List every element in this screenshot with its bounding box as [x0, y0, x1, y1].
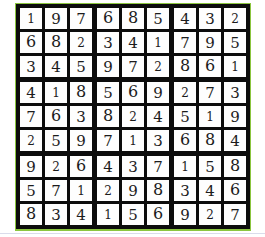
cell-digit: 7: [153, 160, 163, 175]
cell-digit: 9: [76, 134, 86, 149]
sudoku-cell-r2c1[interactable]: 6: [20, 32, 42, 53]
sudoku-cell-r5c1[interactable]: 7: [20, 106, 42, 127]
sudoku-cell-r4c5[interactable]: 6: [122, 82, 144, 103]
cell-digit: 8: [180, 58, 190, 74]
sudoku-cell-r1c9[interactable]: 2: [224, 8, 246, 29]
sudoku-cell-r7c1[interactable]: 9: [20, 156, 42, 177]
sudoku-cell-r2c6[interactable]: 1: [147, 32, 169, 53]
sudoku-board: 1976854326823417953459728614185692737638…: [15, 3, 251, 231]
page: 1976854326823417953459728614185692737638…: [0, 0, 265, 237]
sudoku-cell-r8c2[interactable]: 7: [45, 180, 67, 201]
sudoku-cell-r5c5[interactable]: 2: [122, 106, 144, 127]
sudoku-cell-r9c8[interactable]: 2: [199, 204, 221, 225]
sudoku-cell-r5c8[interactable]: 1: [199, 106, 221, 127]
sudoku-cell-r8c1[interactable]: 5: [20, 180, 42, 201]
sudoku-cell-r2c9[interactable]: 5: [224, 32, 246, 53]
sudoku-cell-r3c1[interactable]: 3: [20, 56, 42, 77]
sudoku-cell-r3c9[interactable]: 1: [224, 56, 246, 77]
cell-digit: 5: [103, 86, 113, 101]
cell-digit: 7: [103, 134, 113, 149]
sudoku-cell-r5c2[interactable]: 6: [45, 106, 67, 127]
cell-digit: 1: [181, 161, 189, 173]
cell-digit: 5: [153, 12, 163, 27]
sudoku-cell-r3c8[interactable]: 6: [199, 56, 221, 77]
sudoku-cell-r5c6[interactable]: 4: [147, 106, 169, 127]
cell-digit: 6: [205, 58, 215, 74]
bottom-divider-line: [0, 233, 265, 234]
cell-digit: 2: [206, 209, 214, 221]
cell-digit: 7: [128, 60, 138, 75]
sudoku-cell-r1c5[interactable]: 8: [122, 8, 144, 29]
sudoku-cell-r6c1[interactable]: 2: [20, 130, 42, 151]
cell-digit: 6: [103, 10, 113, 26]
cell-digit: 2: [129, 111, 137, 123]
sudoku-cell-r8c6[interactable]: 8: [147, 180, 169, 201]
sudoku-cell-r4c7[interactable]: 2: [174, 82, 196, 103]
sudoku-cell-r8c9[interactable]: 6: [224, 180, 246, 201]
cell-digit: 8: [153, 182, 163, 198]
sudoku-cell-r2c4[interactable]: 3: [97, 32, 119, 53]
cell-digit: 3: [103, 36, 113, 51]
board-row: 682341795: [20, 32, 246, 53]
cell-digit: 8: [128, 10, 138, 26]
sudoku-cell-r5c4[interactable]: 8: [97, 106, 119, 127]
cell-digit: 8: [230, 158, 240, 174]
board-row: 834156927: [20, 204, 246, 225]
cell-digit: 2: [231, 13, 239, 25]
sudoku-cell-r1c3[interactable]: 7: [70, 8, 92, 29]
cell-digit: 6: [26, 34, 36, 50]
sudoku-cell-r9c5[interactable]: 5: [122, 204, 144, 225]
cell-digit: 7: [205, 86, 215, 101]
sudoku-cell-r3c4[interactable]: 9: [97, 56, 119, 77]
cell-digit: 8: [205, 132, 215, 148]
cell-digit: 2: [52, 161, 60, 173]
board-row: 926437158: [20, 156, 246, 177]
cell-digit: 9: [128, 184, 138, 199]
board-row: 197685432: [20, 8, 246, 29]
cell-digit: 5: [128, 208, 138, 223]
cell-digit: 1: [231, 61, 239, 73]
sudoku-cell-r7c4[interactable]: 4: [97, 156, 119, 177]
cell-digit: 3: [76, 110, 86, 125]
cell-digit: 6: [153, 206, 163, 222]
sudoku-cell-r7c3[interactable]: 6: [70, 156, 92, 177]
sudoku-cell-r8c4[interactable]: 2: [97, 180, 119, 201]
cell-digit: 3: [180, 184, 190, 199]
cell-digit: 4: [153, 110, 163, 125]
sudoku-cell-r9c7[interactable]: 9: [174, 204, 196, 225]
cell-digit: 4: [180, 12, 190, 27]
cell-digit: 3: [26, 60, 36, 75]
cell-digit: 4: [76, 208, 86, 223]
sudoku-cell-r1c4[interactable]: 6: [97, 8, 119, 29]
sudoku-cell-r9c2[interactable]: 3: [45, 204, 67, 225]
cell-digit: 8: [51, 34, 61, 50]
cell-digit: 2: [181, 87, 189, 99]
cell-digit: 4: [230, 134, 240, 149]
sudoku-cell-r6c5[interactable]: 1: [122, 130, 144, 151]
sudoku-cell-r1c8[interactable]: 3: [199, 8, 221, 29]
cell-digit: 4: [26, 86, 36, 101]
board-row: 763824519: [20, 106, 246, 127]
cell-digit: 4: [103, 160, 113, 175]
cell-digit: 6: [51, 108, 61, 124]
sudoku-cell-r8c7[interactable]: 3: [174, 180, 196, 201]
sudoku-cell-r9c3[interactable]: 4: [70, 204, 92, 225]
sudoku-cell-r4c8[interactable]: 7: [199, 82, 221, 103]
sudoku-cell-r4c9[interactable]: 3: [224, 82, 246, 103]
sudoku-cell-r1c7[interactable]: 4: [174, 8, 196, 29]
sudoku-cell-r1c2[interactable]: 9: [45, 8, 67, 29]
cell-digit: 6: [128, 84, 138, 100]
cell-digit: 9: [103, 60, 113, 75]
cell-digit: 5: [76, 60, 86, 75]
sudoku-cell-r4c2[interactable]: 1: [45, 82, 67, 103]
board-row: 418569273: [20, 82, 246, 103]
cell-digit: 7: [180, 36, 190, 51]
sudoku-cell-r6c7[interactable]: 6: [174, 130, 196, 151]
cell-digit: 2: [27, 135, 35, 147]
sudoku-cell-r2c7[interactable]: 7: [174, 32, 196, 53]
cell-digit: 3: [128, 160, 138, 175]
sudoku-cell-r3c7[interactable]: 8: [174, 56, 196, 77]
cell-digit: 9: [205, 36, 215, 51]
sudoku-cell-r5c3[interactable]: 3: [70, 106, 92, 127]
sudoku-cell-r6c4[interactable]: 7: [97, 130, 119, 151]
sudoku-cell-r9c9[interactable]: 7: [224, 204, 246, 225]
cell-digit: 1: [77, 185, 85, 197]
cell-digit: 1: [129, 135, 137, 147]
sudoku-cell-r3c6[interactable]: 2: [147, 56, 169, 77]
cell-digit: 5: [26, 184, 36, 199]
cell-digit: 6: [180, 132, 190, 148]
cell-digit: 3: [230, 86, 240, 101]
sudoku-cell-r2c5[interactable]: 4: [122, 32, 144, 53]
sudoku-cell-r2c8[interactable]: 9: [199, 32, 221, 53]
sudoku-cell-r3c2[interactable]: 4: [45, 56, 67, 77]
sudoku-cell-r8c3[interactable]: 1: [70, 180, 92, 201]
cell-digit: 2: [77, 37, 85, 49]
cell-digit: 5: [180, 110, 190, 125]
sudoku-cell-r9c6[interactable]: 6: [147, 204, 169, 225]
cell-digit: 1: [206, 111, 214, 123]
sudoku-cell-r7c9[interactable]: 8: [224, 156, 246, 177]
sudoku-cell-r7c2[interactable]: 2: [45, 156, 67, 177]
cell-digit: 9: [180, 208, 190, 223]
sudoku-cell-r8c8[interactable]: 4: [199, 180, 221, 201]
sudoku-cell-r4c1[interactable]: 4: [20, 82, 42, 103]
cell-digit: 9: [230, 110, 240, 125]
sudoku-cell-r3c3[interactable]: 5: [70, 56, 92, 77]
sudoku-cell-r4c6[interactable]: 9: [147, 82, 169, 103]
cell-digit: 6: [230, 182, 240, 198]
sudoku-cell-r9c1[interactable]: 8: [20, 204, 42, 225]
board-row: 345972861: [20, 56, 246, 77]
cell-digit: 3: [51, 208, 61, 223]
cell-digit: 9: [51, 12, 61, 27]
sudoku-cell-r6c2[interactable]: 5: [45, 130, 67, 151]
cell-digit: 5: [205, 160, 215, 175]
cell-digit: 7: [76, 12, 86, 27]
cell-digit: 8: [103, 108, 113, 124]
cell-digit: 7: [26, 110, 36, 125]
cell-digit: 4: [128, 36, 138, 51]
sudoku-cell-r4c4[interactable]: 5: [97, 82, 119, 103]
cell-digit: 3: [153, 134, 163, 149]
sudoku-cell-r3c5[interactable]: 7: [122, 56, 144, 77]
sudoku-cell-r7c8[interactable]: 5: [199, 156, 221, 177]
sudoku-cell-r2c2[interactable]: 8: [45, 32, 67, 53]
cell-digit: 7: [230, 208, 240, 223]
sudoku-cell-r6c3[interactable]: 9: [70, 130, 92, 151]
cell-digit: 9: [153, 86, 163, 101]
sudoku-cell-r8c5[interactable]: 9: [122, 180, 144, 201]
cell-digit: 8: [76, 84, 86, 100]
cell-digit: 8: [26, 206, 36, 222]
cell-digit: 9: [26, 160, 36, 175]
sudoku-cell-r4c3[interactable]: 8: [70, 82, 92, 103]
sudoku-cell-r1c1[interactable]: 1: [20, 8, 42, 29]
cell-digit: 3: [205, 12, 215, 27]
cell-digit: 2: [154, 61, 162, 73]
sudoku-cell-r7c6[interactable]: 7: [147, 156, 169, 177]
cell-digit: 5: [230, 36, 240, 51]
board-row: 571298346: [20, 180, 246, 201]
cell-digit: 7: [51, 184, 61, 199]
cell-digit: 1: [104, 209, 112, 221]
sudoku-cell-r6c8[interactable]: 8: [199, 130, 221, 151]
sudoku-cell-r1c6[interactable]: 5: [147, 8, 169, 29]
cell-digit: 6: [76, 158, 86, 174]
cell-digit: 1: [52, 87, 60, 99]
cell-digit: 2: [104, 185, 112, 197]
sudoku-cell-r5c9[interactable]: 9: [224, 106, 246, 127]
board-row: 259713684: [20, 130, 246, 151]
sudoku-cell-r5c7[interactable]: 5: [174, 106, 196, 127]
cell-digit: 1: [27, 13, 35, 25]
sudoku-cell-r2c3[interactable]: 2: [70, 32, 92, 53]
cell-digit: 4: [205, 184, 215, 199]
cell-digit: 4: [51, 60, 61, 75]
sudoku-cell-r7c5[interactable]: 3: [122, 156, 144, 177]
cell-digit: 1: [154, 37, 162, 49]
sudoku-cell-r9c4[interactable]: 1: [97, 204, 119, 225]
sudoku-cell-r6c6[interactable]: 3: [147, 130, 169, 151]
sudoku-cell-r6c9[interactable]: 4: [224, 130, 246, 151]
sudoku-cell-r7c7[interactable]: 1: [174, 156, 196, 177]
cell-digit: 5: [51, 134, 61, 149]
